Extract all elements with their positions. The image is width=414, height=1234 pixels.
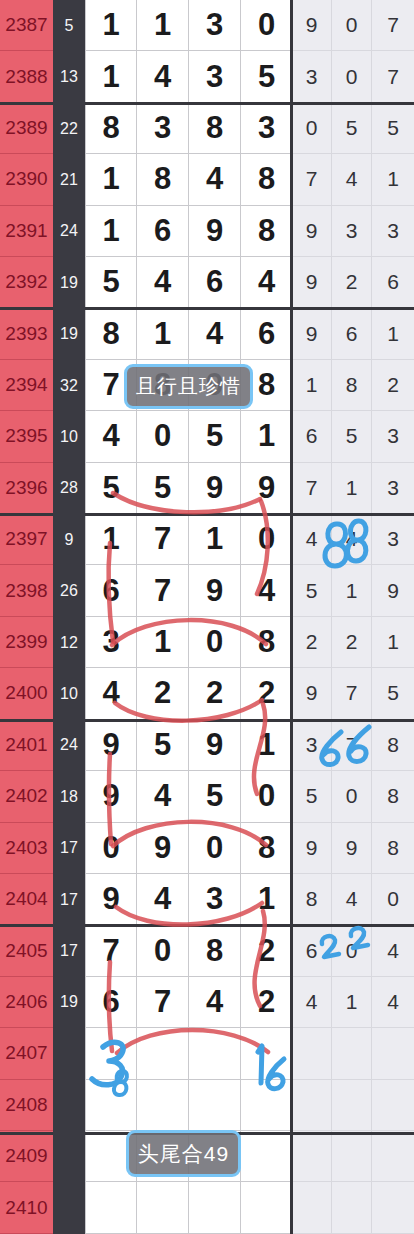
sum-cell: 26 xyxy=(53,565,85,616)
digit-cell: 0 xyxy=(189,617,241,668)
digit-cell: 3 xyxy=(189,51,241,102)
extra-cell: 6 xyxy=(332,308,372,359)
extra-cell xyxy=(292,1028,332,1079)
watermark-sticker[interactable]: 且行且珍惜 xyxy=(124,364,253,409)
extra-cell: 9 xyxy=(292,0,332,51)
extra-cell: 9 xyxy=(332,823,372,874)
extra-cell: 0 xyxy=(332,925,372,976)
digit-cell: 4 xyxy=(241,257,292,308)
digit-cell: 8 xyxy=(241,206,292,257)
digit-cell: 0 xyxy=(241,771,292,822)
extra-cell xyxy=(372,1080,414,1131)
digit-cell: 4 xyxy=(137,874,189,925)
digit-cell: 1 xyxy=(85,206,137,257)
digit-cell: 8 xyxy=(85,103,137,154)
sum-cell: 19 xyxy=(53,977,85,1028)
issue-cell: 2406 xyxy=(0,977,53,1028)
extra-cell: 4 xyxy=(372,977,414,1028)
issue-cell: 2400 xyxy=(0,668,53,719)
sum-cell: 13 xyxy=(53,51,85,102)
digit-cell: 5 xyxy=(189,771,241,822)
digit-cell: 8 xyxy=(85,308,137,359)
extra-cell: 8 xyxy=(332,360,372,411)
extra-cell: 3 xyxy=(292,720,332,771)
digit-cell: 1 xyxy=(241,720,292,771)
issue-cell: 2404 xyxy=(0,874,53,925)
digit-cell: 9 xyxy=(189,206,241,257)
digit-cell: 9 xyxy=(85,874,137,925)
digit-cell: 5 xyxy=(241,51,292,102)
digit-cell: 1 xyxy=(137,308,189,359)
extra-cell: 8 xyxy=(372,720,414,771)
sum-cell xyxy=(53,1131,85,1182)
digit-cell xyxy=(241,1080,292,1131)
extra-cell xyxy=(372,1182,414,1233)
extra-cell: 3 xyxy=(372,206,414,257)
digit-cell: 8 xyxy=(241,154,292,205)
group-divider xyxy=(0,1132,53,1135)
issue-cell: 2403 xyxy=(0,823,53,874)
extra-cell: 6 xyxy=(292,925,332,976)
digit-cell: 6 xyxy=(85,565,137,616)
group-divider xyxy=(85,924,414,927)
extra-cell: 2 xyxy=(332,617,372,668)
extra-cell: 9 xyxy=(292,257,332,308)
digit-cell: 0 xyxy=(137,411,189,462)
group-divider xyxy=(85,513,414,516)
digit-cell: 7 xyxy=(137,565,189,616)
digit-cell: 1 xyxy=(85,154,137,205)
digit-cell: 3 xyxy=(241,103,292,154)
digit-cell: 6 xyxy=(85,977,137,1028)
sum-cell: 17 xyxy=(53,874,85,925)
digit-cell: 5 xyxy=(85,257,137,308)
digit-cell: 5 xyxy=(137,720,189,771)
extra-cell xyxy=(332,1182,372,1233)
group-divider xyxy=(0,307,53,310)
digit-cell: 7 xyxy=(137,977,189,1028)
digit-cell: 1 xyxy=(85,51,137,102)
issue-cell: 2395 xyxy=(0,411,53,462)
digit-cell: 4 xyxy=(241,565,292,616)
digit-cell: 1 xyxy=(189,514,241,565)
extra-cell xyxy=(292,1182,332,1233)
extra-cell: 9 xyxy=(292,308,332,359)
digit-cell: 5 xyxy=(85,463,137,514)
extra-cell: 5 xyxy=(292,565,332,616)
extra-cell xyxy=(292,1131,332,1182)
digit-cell: 4 xyxy=(85,411,137,462)
issue-cell: 2407 xyxy=(0,1028,53,1079)
digit-cell: 8 xyxy=(241,823,292,874)
digit-cell: 1 xyxy=(137,0,189,51)
digit-cell: 4 xyxy=(85,668,137,719)
issue-cell: 2397 xyxy=(0,514,53,565)
sum-cell: 19 xyxy=(53,257,85,308)
digit-cell: 9 xyxy=(189,463,241,514)
sum-cell: 17 xyxy=(53,823,85,874)
digit-cell: 1 xyxy=(137,617,189,668)
extra-cell: 7 xyxy=(292,154,332,205)
section-divider-vertical xyxy=(290,0,293,1234)
digit-cell xyxy=(189,1080,241,1131)
extra-cell: 1 xyxy=(372,617,414,668)
digit-cell xyxy=(137,1080,189,1131)
digit-cell: 1 xyxy=(241,874,292,925)
digit-cell: 0 xyxy=(241,514,292,565)
sum-cell: 28 xyxy=(53,463,85,514)
extra-cell: 3 xyxy=(372,463,414,514)
digit-cell: 6 xyxy=(137,206,189,257)
extra-cell: 0 xyxy=(332,771,372,822)
extra-cell: 6 xyxy=(372,257,414,308)
digit-cell: 4 xyxy=(137,257,189,308)
extra-cell: 3 xyxy=(332,206,372,257)
extra-cell: 3 xyxy=(372,411,414,462)
extra-cell: 1 xyxy=(332,565,372,616)
digit-cell xyxy=(241,1182,292,1233)
extra-cell: 3 xyxy=(292,51,332,102)
extra-cell: 8 xyxy=(372,823,414,874)
digit-cell: 9 xyxy=(137,823,189,874)
sum-cell: 24 xyxy=(53,720,85,771)
issue-cell: 2410 xyxy=(0,1182,53,1233)
sum-cell: 19 xyxy=(53,308,85,359)
digit-cell: 2 xyxy=(189,668,241,719)
extra-cell: 5 xyxy=(332,411,372,462)
digit-cell: 5 xyxy=(189,411,241,462)
extra-cell: 4 xyxy=(332,514,372,565)
sum-cell xyxy=(53,1028,85,1079)
group-divider xyxy=(0,513,53,516)
extra-cell: 5 xyxy=(332,103,372,154)
extra-cell: 5 xyxy=(372,103,414,154)
digit-cell: 9 xyxy=(189,720,241,771)
digit-cell: 3 xyxy=(137,103,189,154)
extra-cell: 7 xyxy=(372,51,414,102)
group-divider xyxy=(0,924,53,927)
sum-cell: 10 xyxy=(53,411,85,462)
issue-cell: 2409 xyxy=(0,1131,53,1182)
digit-cell: 4 xyxy=(189,308,241,359)
digit-cell: 8 xyxy=(189,925,241,976)
digit-cell: 2 xyxy=(241,977,292,1028)
extra-cell: 1 xyxy=(372,154,414,205)
issue-cell: 2401 xyxy=(0,720,53,771)
extra-cell: 2 xyxy=(292,617,332,668)
group-divider xyxy=(0,719,53,722)
digit-cell xyxy=(85,1182,137,1233)
extra-cell: 4 xyxy=(332,874,372,925)
digit-cell: 9 xyxy=(241,463,292,514)
digit-cell: 8 xyxy=(241,617,292,668)
digit-cell xyxy=(85,1080,137,1131)
extra-cell: 3 xyxy=(372,514,414,565)
extra-cell: 1 xyxy=(332,977,372,1028)
watermark-sticker[interactable]: 头尾合49 xyxy=(126,1130,241,1177)
digit-cell: 3 xyxy=(189,0,241,51)
extra-cell: 1 xyxy=(372,308,414,359)
sum-cell: 5 xyxy=(53,0,85,51)
trend-grid: 2387511309072388131435307238922838305523… xyxy=(0,0,414,1234)
sum-cell xyxy=(53,1080,85,1131)
extra-cell: 8 xyxy=(292,874,332,925)
extra-cell xyxy=(372,1131,414,1182)
digit-cell xyxy=(241,1131,292,1182)
digit-cell: 3 xyxy=(189,874,241,925)
extra-cell: 0 xyxy=(332,51,372,102)
extra-cell: 4 xyxy=(332,154,372,205)
digit-cell xyxy=(137,1182,189,1233)
extra-cell xyxy=(372,1028,414,1079)
extra-cell: 7 xyxy=(372,0,414,51)
digit-cell xyxy=(85,1028,137,1079)
digit-cell xyxy=(189,1182,241,1233)
issue-cell: 2392 xyxy=(0,257,53,308)
issue-cell: 2408 xyxy=(0,1080,53,1131)
issue-cell: 2390 xyxy=(0,154,53,205)
digit-cell: 2 xyxy=(241,925,292,976)
digit-cell: 6 xyxy=(189,257,241,308)
sum-cell: 12 xyxy=(53,617,85,668)
digit-cell: 9 xyxy=(85,771,137,822)
extra-cell: 8 xyxy=(372,771,414,822)
extra-cell: 7 xyxy=(332,720,372,771)
digit-cell xyxy=(189,1028,241,1079)
issue-cell: 2402 xyxy=(0,771,53,822)
sum-cell xyxy=(53,1182,85,1233)
digit-cell xyxy=(241,1028,292,1079)
extra-cell: 5 xyxy=(292,771,332,822)
extra-cell xyxy=(332,1131,372,1182)
extra-cell: 6 xyxy=(292,411,332,462)
extra-cell: 0 xyxy=(332,0,372,51)
extra-cell: 4 xyxy=(292,977,332,1028)
extra-cell: 9 xyxy=(292,668,332,719)
extra-cell: 1 xyxy=(292,360,332,411)
extra-cell: 0 xyxy=(292,103,332,154)
issue-cell: 2396 xyxy=(0,463,53,514)
sum-cell: 10 xyxy=(53,668,85,719)
extra-cell xyxy=(332,1028,372,1079)
digit-cell: 7 xyxy=(85,925,137,976)
digit-cell: 2 xyxy=(241,668,292,719)
digit-cell: 4 xyxy=(189,154,241,205)
extra-cell: 9 xyxy=(292,206,332,257)
issue-cell: 2389 xyxy=(0,103,53,154)
sum-cell: 24 xyxy=(53,206,85,257)
digit-cell: 6 xyxy=(241,308,292,359)
group-divider xyxy=(85,307,414,310)
extra-cell: 0 xyxy=(372,874,414,925)
digit-cell: 5 xyxy=(137,463,189,514)
lottery-trend-chart: 2387511309072388131435307238922838305523… xyxy=(0,0,414,1234)
digit-cell: 0 xyxy=(85,823,137,874)
issue-cell: 2391 xyxy=(0,206,53,257)
extra-cell xyxy=(332,1080,372,1131)
extra-cell: 2 xyxy=(332,257,372,308)
digit-cell: 7 xyxy=(137,514,189,565)
sum-cell: 21 xyxy=(53,154,85,205)
extra-cell: 1 xyxy=(332,463,372,514)
digit-cell: 8 xyxy=(189,103,241,154)
group-divider xyxy=(85,719,414,722)
issue-cell: 2398 xyxy=(0,565,53,616)
group-divider xyxy=(0,102,53,105)
extra-cell: 9 xyxy=(292,823,332,874)
extra-cell: 4 xyxy=(292,514,332,565)
digit-cell: 2 xyxy=(137,668,189,719)
issue-cell: 2405 xyxy=(0,925,53,976)
digit-cell: 1 xyxy=(85,514,137,565)
extra-cell: 2 xyxy=(372,360,414,411)
digit-cell: 4 xyxy=(137,771,189,822)
sum-cell: 9 xyxy=(53,514,85,565)
digit-cell: 1 xyxy=(241,411,292,462)
sum-cell: 18 xyxy=(53,771,85,822)
extra-cell: 5 xyxy=(372,668,414,719)
digit-cell: 0 xyxy=(189,823,241,874)
issue-cell: 2394 xyxy=(0,360,53,411)
digit-cell: 4 xyxy=(137,51,189,102)
issue-cell: 2399 xyxy=(0,617,53,668)
issue-cell: 2388 xyxy=(0,51,53,102)
issue-cell: 2393 xyxy=(0,308,53,359)
extra-cell: 9 xyxy=(372,565,414,616)
digit-cell xyxy=(137,1028,189,1079)
extra-cell: 7 xyxy=(292,463,332,514)
digit-cell: 0 xyxy=(241,0,292,51)
digit-cell: 8 xyxy=(137,154,189,205)
sum-cell: 22 xyxy=(53,103,85,154)
digit-cell: 0 xyxy=(137,925,189,976)
digit-cell: 1 xyxy=(85,0,137,51)
extra-cell: 4 xyxy=(372,925,414,976)
issue-cell: 2387 xyxy=(0,0,53,51)
group-divider xyxy=(85,102,414,105)
sum-cell: 17 xyxy=(53,925,85,976)
sum-cell: 32 xyxy=(53,360,85,411)
extra-cell: 7 xyxy=(332,668,372,719)
digit-cell: 9 xyxy=(85,720,137,771)
digit-cell: 4 xyxy=(189,977,241,1028)
digit-cell: 9 xyxy=(189,565,241,616)
extra-cell xyxy=(292,1080,332,1131)
digit-cell: 3 xyxy=(85,617,137,668)
